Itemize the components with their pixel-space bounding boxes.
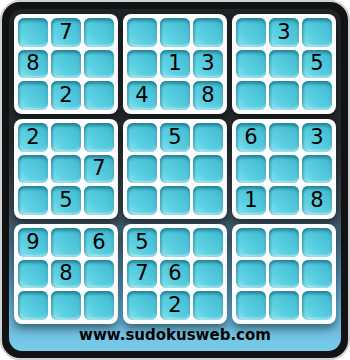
- cell-r1c9[interactable]: [302, 18, 332, 47]
- cell-r8c8[interactable]: [269, 260, 299, 289]
- cell-r7c7[interactable]: [236, 228, 266, 257]
- given-digit: 8: [201, 85, 214, 106]
- cell-r1c6[interactable]: [193, 18, 223, 47]
- given-digit: 7: [59, 22, 72, 43]
- cell-r5c1[interactable]: [18, 155, 48, 184]
- cell-r4c3[interactable]: [84, 123, 114, 152]
- cell-r7c3[interactable]: 6: [84, 228, 114, 257]
- box-1-3: 35: [232, 14, 336, 114]
- cell-r5c6[interactable]: [193, 155, 223, 184]
- cell-r4c5[interactable]: 5: [160, 123, 190, 152]
- cell-r4c4[interactable]: [127, 123, 157, 152]
- given-digit: 6: [168, 263, 181, 284]
- box-2-2: 5: [123, 119, 227, 219]
- given-digit: 4: [135, 85, 148, 106]
- cell-r2c5[interactable]: 1: [160, 50, 190, 79]
- given-digit: 2: [168, 295, 181, 316]
- cell-r5c2[interactable]: [51, 155, 81, 184]
- cell-r3c9[interactable]: [302, 81, 332, 110]
- cell-r9c6[interactable]: [193, 291, 223, 320]
- given-digit: 3: [201, 53, 214, 74]
- cell-r1c5[interactable]: [160, 18, 190, 47]
- cell-r8c9[interactable]: [302, 260, 332, 289]
- cell-r9c9[interactable]: [302, 291, 332, 320]
- given-digit: 6: [92, 232, 105, 253]
- cell-r1c4[interactable]: [127, 18, 157, 47]
- given-digit: 3: [310, 127, 323, 148]
- given-digit: 2: [59, 85, 72, 106]
- cell-r3c6[interactable]: 8: [193, 81, 223, 110]
- cell-r6c1[interactable]: [18, 186, 48, 215]
- given-digit: 8: [59, 263, 72, 284]
- given-digit: 3: [277, 22, 290, 43]
- cell-r5c5[interactable]: [160, 155, 190, 184]
- cell-r6c7[interactable]: 1: [236, 186, 266, 215]
- cell-r6c5[interactable]: [160, 186, 190, 215]
- cell-r9c7[interactable]: [236, 291, 266, 320]
- footer-bar: www.sudokusweb.com: [14, 324, 336, 346]
- cell-r2c4[interactable]: [127, 50, 157, 79]
- cell-r8c4[interactable]: 7: [127, 260, 157, 289]
- cell-r6c9[interactable]: 8: [302, 186, 332, 215]
- given-digit: 2: [26, 127, 39, 148]
- cell-r3c7[interactable]: [236, 81, 266, 110]
- cell-r7c9[interactable]: [302, 228, 332, 257]
- box-1-1: 782: [14, 14, 118, 114]
- cell-r1c2[interactable]: 7: [51, 18, 81, 47]
- boxes-grid: 782134835275563189685762: [14, 14, 336, 324]
- given-digit: 7: [135, 263, 148, 284]
- cell-r2c6[interactable]: 3: [193, 50, 223, 79]
- given-digit: 5: [310, 53, 323, 74]
- sudoku-board: 782134835275563189685762 www.sudokusweb.…: [9, 9, 341, 351]
- cell-r7c8[interactable]: [269, 228, 299, 257]
- cell-r4c1[interactable]: 2: [18, 123, 48, 152]
- cell-r8c2[interactable]: 8: [51, 260, 81, 289]
- cell-r7c1[interactable]: 9: [18, 228, 48, 257]
- cell-r5c8[interactable]: [269, 155, 299, 184]
- cell-r6c4[interactable]: [127, 186, 157, 215]
- cell-r2c7[interactable]: [236, 50, 266, 79]
- cell-r2c1[interactable]: 8: [18, 50, 48, 79]
- cell-r4c2[interactable]: [51, 123, 81, 152]
- cell-r8c5[interactable]: 6: [160, 260, 190, 289]
- given-digit: 6: [244, 127, 257, 148]
- given-digit: 1: [244, 190, 257, 211]
- cell-r7c5[interactable]: [160, 228, 190, 257]
- box-2-1: 275: [14, 119, 118, 219]
- box-3-2: 5762: [123, 224, 227, 324]
- cell-r5c7[interactable]: [236, 155, 266, 184]
- cell-r9c4[interactable]: [127, 291, 157, 320]
- given-digit: 9: [26, 232, 39, 253]
- sudoku-board-frame: 782134835275563189685762 www.sudokusweb.…: [0, 0, 350, 360]
- cell-r2c8[interactable]: [269, 50, 299, 79]
- cell-r6c6[interactable]: [193, 186, 223, 215]
- given-digit: 8: [310, 190, 323, 211]
- cell-r3c8[interactable]: [269, 81, 299, 110]
- box-3-1: 968: [14, 224, 118, 324]
- cell-r2c9[interactable]: 5: [302, 50, 332, 79]
- cell-r7c6[interactable]: [193, 228, 223, 257]
- given-digit: 1: [168, 53, 181, 74]
- given-digit: 5: [59, 190, 72, 211]
- cell-r1c7[interactable]: [236, 18, 266, 47]
- box-3-3: [232, 224, 336, 324]
- cell-r9c8[interactable]: [269, 291, 299, 320]
- cell-r7c2[interactable]: [51, 228, 81, 257]
- cell-r9c3[interactable]: [84, 291, 114, 320]
- cell-r1c8[interactable]: 3: [269, 18, 299, 47]
- cell-r4c8[interactable]: [269, 123, 299, 152]
- cell-r3c2[interactable]: 2: [51, 81, 81, 110]
- cell-r6c2[interactable]: 5: [51, 186, 81, 215]
- cell-r4c9[interactable]: 3: [302, 123, 332, 152]
- site-url: www.sudokusweb.com: [79, 326, 271, 344]
- cell-r9c2[interactable]: [51, 291, 81, 320]
- cell-r5c9[interactable]: [302, 155, 332, 184]
- cell-r5c3[interactable]: 7: [84, 155, 114, 184]
- cell-r2c3[interactable]: [84, 50, 114, 79]
- given-digit: 7: [92, 158, 105, 179]
- cell-r4c7[interactable]: 6: [236, 123, 266, 152]
- cell-r7c4[interactable]: 5: [127, 228, 157, 257]
- cell-r3c4[interactable]: 4: [127, 81, 157, 110]
- cell-r9c1[interactable]: [18, 291, 48, 320]
- given-digit: 8: [26, 53, 39, 74]
- cell-r8c3[interactable]: [84, 260, 114, 289]
- cell-r3c3[interactable]: [84, 81, 114, 110]
- cell-r4c6[interactable]: [193, 123, 223, 152]
- cell-r8c1[interactable]: [18, 260, 48, 289]
- cell-r1c3[interactable]: [84, 18, 114, 47]
- box-2-3: 6318: [232, 119, 336, 219]
- cell-r6c3[interactable]: [84, 186, 114, 215]
- cell-r8c6[interactable]: [193, 260, 223, 289]
- cell-r6c8[interactable]: [269, 186, 299, 215]
- cell-r9c5[interactable]: 2: [160, 291, 190, 320]
- cell-r5c4[interactable]: [127, 155, 157, 184]
- given-digit: 5: [168, 127, 181, 148]
- cell-r3c5[interactable]: [160, 81, 190, 110]
- cell-r3c1[interactable]: [18, 81, 48, 110]
- box-1-2: 1348: [123, 14, 227, 114]
- given-digit: 5: [135, 232, 148, 253]
- cell-r2c2[interactable]: [51, 50, 81, 79]
- cell-r8c7[interactable]: [236, 260, 266, 289]
- cell-r1c1[interactable]: [18, 18, 48, 47]
